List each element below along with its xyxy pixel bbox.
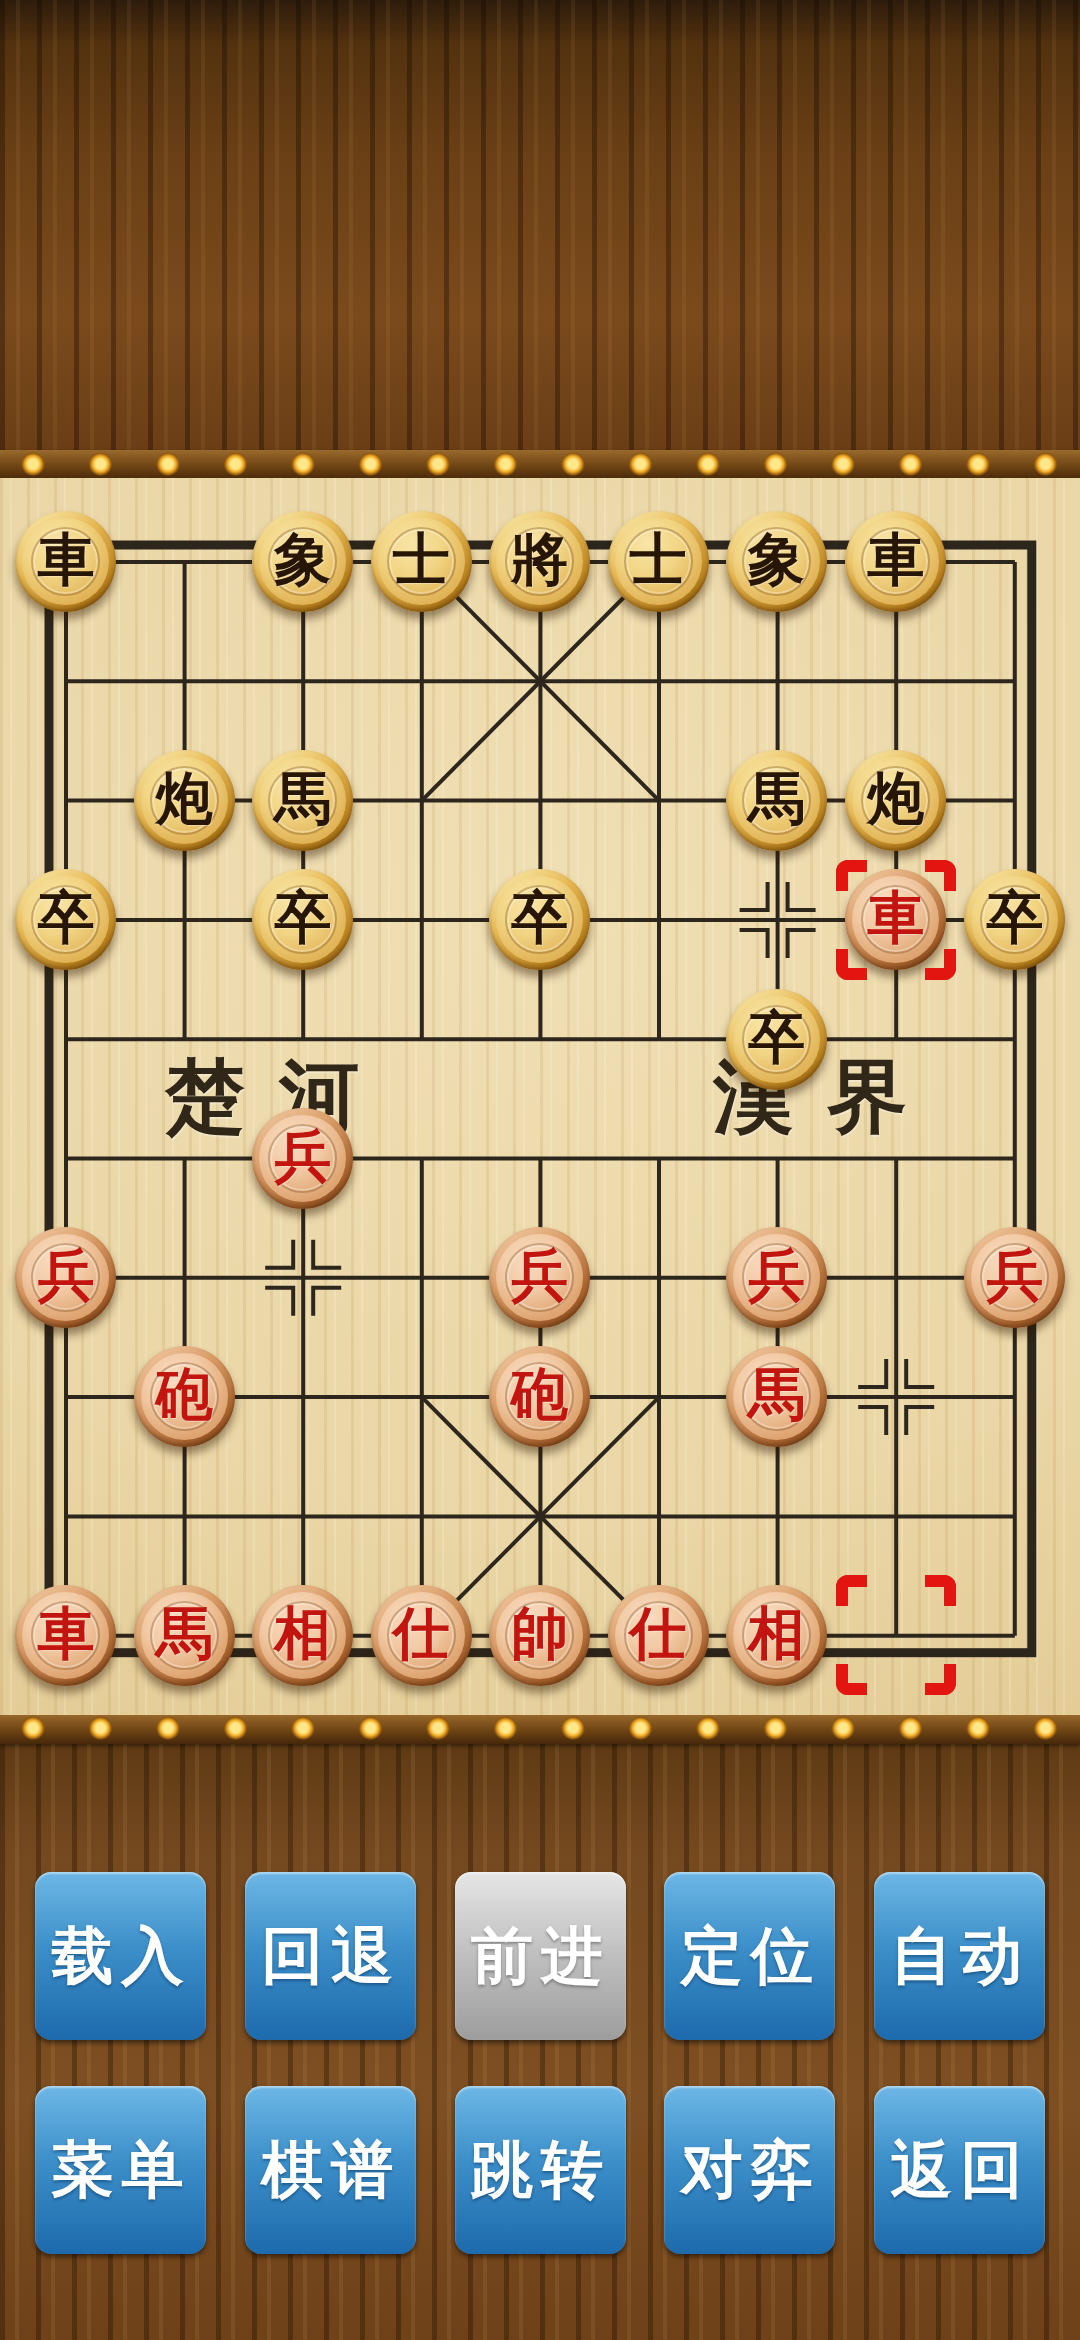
piece-black-h3[interactable]: 炮 <box>845 750 946 851</box>
piece-black-c4[interactable]: 卒 <box>252 869 353 970</box>
piece-glyph: 象 <box>274 531 331 588</box>
piece-red-c10[interactable]: 相 <box>252 1585 353 1686</box>
piece-glyph: 馬 <box>156 1605 213 1662</box>
piece-black-a4[interactable]: 卒 <box>15 869 116 970</box>
piece-glyph: 帥 <box>511 1605 568 1662</box>
load-button[interactable]: 载入 <box>35 1872 206 2040</box>
piece-red-e8[interactable]: 砲 <box>489 1346 590 1447</box>
piece-glyph: 馬 <box>274 770 331 827</box>
board-frame-rivets-top <box>0 450 1080 480</box>
piece-glyph: 炮 <box>867 770 924 827</box>
piece-red-c6[interactable]: 兵 <box>252 1108 353 1209</box>
button-row-2: 菜单 棋谱 跳转 对弈 返回 <box>0 2086 1080 2254</box>
piece-red-b10[interactable]: 馬 <box>134 1585 235 1686</box>
jump-button[interactable]: 跳转 <box>455 2086 626 2254</box>
undo-button[interactable]: 回退 <box>245 1872 416 2040</box>
piece-glyph: 車 <box>37 1605 94 1662</box>
piece-glyph: 炮 <box>156 770 213 827</box>
piece-glyph: 卒 <box>986 889 1043 946</box>
game-record-button[interactable]: 棋谱 <box>245 2086 416 2254</box>
piece-glyph: 卒 <box>511 889 568 946</box>
piece-red-b8[interactable]: 砲 <box>134 1346 235 1447</box>
piece-glyph: 將 <box>511 531 568 588</box>
piece-red-i7[interactable]: 兵 <box>964 1227 1065 1328</box>
piece-glyph: 象 <box>748 531 805 588</box>
piece-red-a10[interactable]: 車 <box>15 1585 116 1686</box>
forward-button[interactable]: 前进 <box>455 1872 626 2040</box>
piece-glyph: 馬 <box>748 770 805 827</box>
selection-bracket-h10 <box>836 1575 956 1695</box>
piece-red-g7[interactable]: 兵 <box>726 1227 827 1328</box>
piece-glyph: 砲 <box>511 1366 568 1423</box>
piece-glyph: 卒 <box>274 889 331 946</box>
piece-black-a1[interactable]: 車 <box>15 511 116 612</box>
board-frame-rivets-bottom <box>0 1714 1080 1744</box>
piece-glyph: 士 <box>393 531 450 588</box>
button-row-1: 载入 回退 前进 定位 自动 <box>0 1872 1080 2040</box>
play-button[interactable]: 对弈 <box>664 2086 835 2254</box>
board-piece-grid: 車象士將士象車炮馬馬炮卒卒卒卒卒車兵兵兵兵兵砲砲馬車馬相仕帥仕相 <box>7 502 1074 1695</box>
piece-glyph: 砲 <box>156 1366 213 1423</box>
back-button[interactable]: 返回 <box>874 2086 1045 2254</box>
auto-button[interactable]: 自动 <box>874 1872 1045 2040</box>
piece-black-e4[interactable]: 卒 <box>489 869 590 970</box>
piece-glyph: 兵 <box>986 1247 1043 1304</box>
piece-black-e1[interactable]: 將 <box>489 511 590 612</box>
piece-red-f10[interactable]: 仕 <box>608 1585 709 1686</box>
piece-black-b3[interactable]: 炮 <box>134 750 235 851</box>
locate-button[interactable]: 定位 <box>664 1872 835 2040</box>
piece-black-g3[interactable]: 馬 <box>726 750 827 851</box>
piece-black-d1[interactable]: 士 <box>371 511 472 612</box>
piece-glyph: 兵 <box>37 1247 94 1304</box>
piece-black-c1[interactable]: 象 <box>252 511 353 612</box>
piece-black-g5[interactable]: 卒 <box>726 989 827 1090</box>
piece-red-g8[interactable]: 馬 <box>726 1346 827 1447</box>
piece-red-a7[interactable]: 兵 <box>15 1227 116 1328</box>
piece-glyph: 相 <box>274 1605 331 1662</box>
piece-black-i4[interactable]: 卒 <box>964 869 1065 970</box>
piece-red-g10[interactable]: 相 <box>726 1585 827 1686</box>
piece-black-g1[interactable]: 象 <box>726 511 827 612</box>
piece-glyph: 馬 <box>748 1366 805 1423</box>
piece-glyph: 兵 <box>748 1247 805 1304</box>
piece-glyph: 士 <box>630 531 687 588</box>
piece-red-e7[interactable]: 兵 <box>489 1227 590 1328</box>
piece-glyph: 卒 <box>748 1009 805 1066</box>
piece-glyph: 車 <box>37 531 94 588</box>
piece-red-d10[interactable]: 仕 <box>371 1585 472 1686</box>
piece-black-c3[interactable]: 馬 <box>252 750 353 851</box>
wood-background-top <box>0 0 1080 452</box>
piece-red-e10[interactable]: 帥 <box>489 1585 590 1686</box>
piece-glyph: 仕 <box>393 1605 450 1662</box>
piece-glyph: 兵 <box>274 1128 331 1185</box>
menu-button[interactable]: 菜单 <box>35 2086 206 2254</box>
piece-glyph: 仕 <box>630 1605 687 1662</box>
piece-black-h1[interactable]: 車 <box>845 511 946 612</box>
piece-glyph: 兵 <box>511 1247 568 1304</box>
piece-glyph: 車 <box>867 531 924 588</box>
piece-glyph: 相 <box>748 1605 805 1662</box>
piece-glyph: 卒 <box>37 889 94 946</box>
piece-black-f1[interactable]: 士 <box>608 511 709 612</box>
selection-bracket-h4 <box>836 860 956 980</box>
